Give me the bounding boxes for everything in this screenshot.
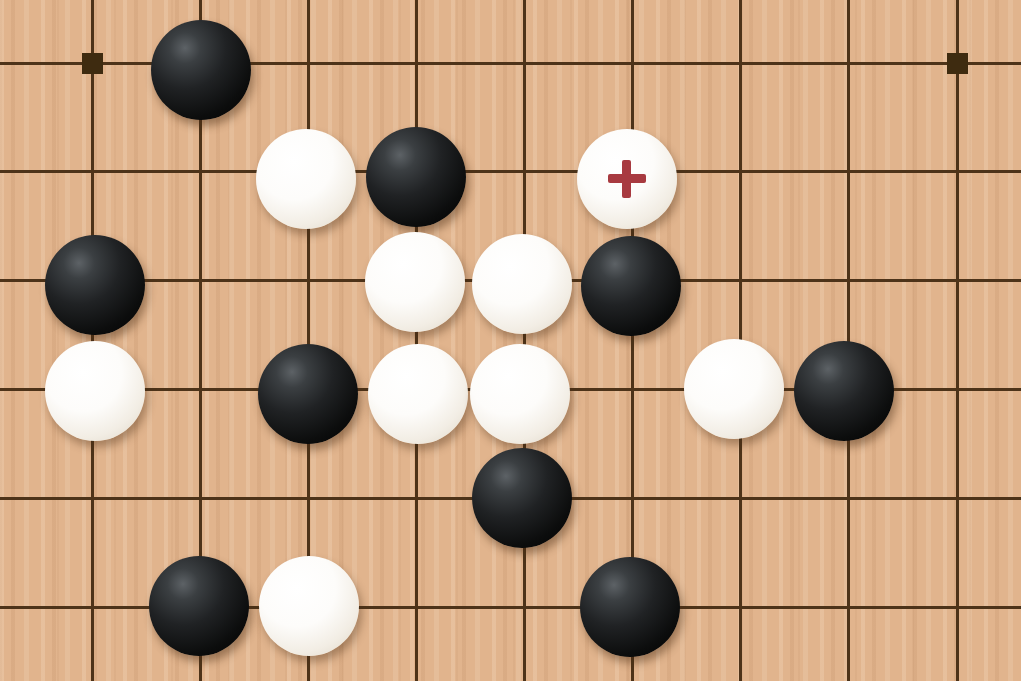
stone-white	[470, 344, 570, 444]
stone-black	[581, 236, 681, 336]
grid-line-vertical	[523, 0, 526, 681]
stone-white	[577, 129, 677, 229]
stone-white	[45, 341, 145, 441]
stone-white	[256, 129, 356, 229]
stone-white	[368, 344, 468, 444]
stone-black	[366, 127, 466, 227]
star-point	[82, 53, 103, 74]
go-board[interactable]	[0, 0, 1021, 681]
stone-white	[684, 339, 784, 439]
game-screen	[0, 0, 1021, 681]
grid-line-vertical	[415, 0, 418, 681]
stone-white	[259, 556, 359, 656]
grid-line-vertical	[956, 0, 959, 681]
stone-black	[794, 341, 894, 441]
stone-white	[365, 232, 465, 332]
stone-black	[580, 557, 680, 657]
star-point	[947, 53, 968, 74]
stone-white	[472, 234, 572, 334]
stone-black	[45, 235, 145, 335]
stone-black	[149, 556, 249, 656]
stone-black	[472, 448, 572, 548]
stone-black	[151, 20, 251, 120]
stone-black	[258, 344, 358, 444]
grid-line-horizontal	[0, 170, 1021, 173]
